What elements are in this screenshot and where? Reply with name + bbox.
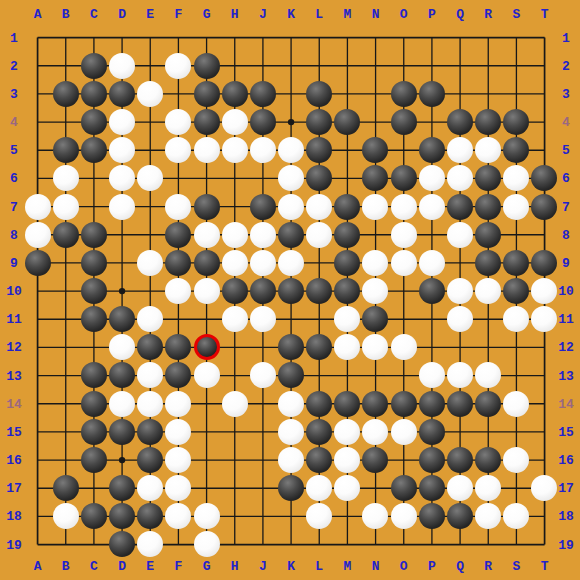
intersection-K15[interactable] (277, 418, 305, 446)
intersection-G2[interactable] (192, 52, 220, 80)
intersection-T2[interactable] (530, 52, 558, 80)
intersection-C4[interactable] (80, 108, 108, 136)
intersection-A4[interactable] (23, 108, 51, 136)
intersection-B13[interactable] (52, 361, 80, 389)
intersection-A9[interactable] (23, 249, 51, 277)
intersection-E18[interactable] (136, 502, 164, 530)
intersection-R17[interactable] (474, 474, 502, 502)
intersection-C2[interactable] (80, 52, 108, 80)
intersection-Q6[interactable] (446, 164, 474, 192)
intersection-R8[interactable] (474, 221, 502, 249)
intersection-S12[interactable] (502, 333, 530, 361)
intersection-N13[interactable] (361, 361, 389, 389)
intersection-D7[interactable] (108, 192, 136, 220)
intersection-C7[interactable] (80, 192, 108, 220)
intersection-L7[interactable] (305, 192, 333, 220)
intersection-B12[interactable] (52, 333, 80, 361)
intersection-H19[interactable] (221, 530, 249, 558)
intersection-G19[interactable] (192, 530, 220, 558)
intersection-Q14[interactable] (446, 390, 474, 418)
intersection-F18[interactable] (164, 502, 192, 530)
intersection-R14[interactable] (474, 390, 502, 418)
intersection-G5[interactable] (192, 136, 220, 164)
intersection-L19[interactable] (305, 530, 333, 558)
intersection-A19[interactable] (23, 530, 51, 558)
intersection-T18[interactable] (530, 502, 558, 530)
intersection-K12[interactable] (277, 333, 305, 361)
intersection-F12[interactable] (164, 333, 192, 361)
intersection-R10[interactable] (474, 277, 502, 305)
intersection-T5[interactable] (530, 136, 558, 164)
intersection-Q18[interactable] (446, 502, 474, 530)
intersection-S6[interactable] (502, 164, 530, 192)
intersection-K1[interactable] (277, 23, 305, 51)
intersection-H8[interactable] (221, 221, 249, 249)
intersection-T4[interactable] (530, 108, 558, 136)
intersection-C8[interactable] (80, 221, 108, 249)
intersection-H10[interactable] (221, 277, 249, 305)
intersection-D13[interactable] (108, 361, 136, 389)
intersection-H17[interactable] (221, 474, 249, 502)
intersection-G4[interactable] (192, 108, 220, 136)
intersection-A13[interactable] (23, 361, 51, 389)
intersection-O9[interactable] (390, 249, 418, 277)
intersection-O14[interactable] (390, 390, 418, 418)
intersection-H11[interactable] (221, 305, 249, 333)
intersection-M7[interactable] (333, 192, 361, 220)
intersection-F17[interactable] (164, 474, 192, 502)
intersection-S17[interactable] (502, 474, 530, 502)
intersection-C1[interactable] (80, 23, 108, 51)
intersection-L14[interactable] (305, 390, 333, 418)
intersection-J12[interactable] (249, 333, 277, 361)
intersection-S4[interactable] (502, 108, 530, 136)
intersection-N6[interactable] (361, 164, 389, 192)
intersection-H7[interactable] (221, 192, 249, 220)
intersection-T19[interactable] (530, 530, 558, 558)
intersection-E15[interactable] (136, 418, 164, 446)
intersection-P3[interactable] (418, 80, 446, 108)
intersection-C19[interactable] (80, 530, 108, 558)
intersection-M12[interactable] (333, 333, 361, 361)
intersection-F10[interactable] (164, 277, 192, 305)
intersection-O2[interactable] (390, 52, 418, 80)
intersection-N16[interactable] (361, 446, 389, 474)
intersection-O13[interactable] (390, 361, 418, 389)
intersection-F9[interactable] (164, 249, 192, 277)
intersection-K17[interactable] (277, 474, 305, 502)
intersection-T16[interactable] (530, 446, 558, 474)
intersection-L3[interactable] (305, 80, 333, 108)
intersection-Q7[interactable] (446, 192, 474, 220)
intersection-S10[interactable] (502, 277, 530, 305)
intersection-L16[interactable] (305, 446, 333, 474)
intersection-R4[interactable] (474, 108, 502, 136)
intersection-J5[interactable] (249, 136, 277, 164)
intersection-B10[interactable] (52, 277, 80, 305)
intersection-S19[interactable] (502, 530, 530, 558)
intersection-G15[interactable] (192, 418, 220, 446)
intersection-G16[interactable] (192, 446, 220, 474)
intersection-R9[interactable] (474, 249, 502, 277)
intersection-K18[interactable] (277, 502, 305, 530)
intersection-P7[interactable] (418, 192, 446, 220)
intersection-M4[interactable] (333, 108, 361, 136)
intersection-O12[interactable] (390, 333, 418, 361)
intersection-J7[interactable] (249, 192, 277, 220)
intersection-C17[interactable] (80, 474, 108, 502)
intersection-K6[interactable] (277, 164, 305, 192)
intersection-N14[interactable] (361, 390, 389, 418)
intersection-J16[interactable] (249, 446, 277, 474)
intersection-A8[interactable] (23, 221, 51, 249)
intersection-M8[interactable] (333, 221, 361, 249)
intersection-M2[interactable] (333, 52, 361, 80)
intersection-O11[interactable] (390, 305, 418, 333)
intersection-H2[interactable] (221, 52, 249, 80)
intersection-L11[interactable] (305, 305, 333, 333)
intersection-E3[interactable] (136, 80, 164, 108)
intersection-L4[interactable] (305, 108, 333, 136)
intersection-S7[interactable] (502, 192, 530, 220)
intersection-N10[interactable] (361, 277, 389, 305)
intersection-M10[interactable] (333, 277, 361, 305)
intersection-H15[interactable] (221, 418, 249, 446)
intersection-D17[interactable] (108, 474, 136, 502)
intersection-T7[interactable] (530, 192, 558, 220)
intersection-B7[interactable] (52, 192, 80, 220)
intersection-R5[interactable] (474, 136, 502, 164)
intersection-P15[interactable] (418, 418, 446, 446)
intersection-A15[interactable] (23, 418, 51, 446)
intersection-D2[interactable] (108, 52, 136, 80)
intersection-A11[interactable] (23, 305, 51, 333)
intersection-B18[interactable] (52, 502, 80, 530)
intersection-H5[interactable] (221, 136, 249, 164)
intersection-Q2[interactable] (446, 52, 474, 80)
intersection-M11[interactable] (333, 305, 361, 333)
intersection-S13[interactable] (502, 361, 530, 389)
intersection-N19[interactable] (361, 530, 389, 558)
intersection-D5[interactable] (108, 136, 136, 164)
intersection-H6[interactable] (221, 164, 249, 192)
intersection-Q17[interactable] (446, 474, 474, 502)
intersection-P2[interactable] (418, 52, 446, 80)
intersection-F15[interactable] (164, 418, 192, 446)
intersection-D1[interactable] (108, 23, 136, 51)
intersection-J6[interactable] (249, 164, 277, 192)
intersection-S15[interactable] (502, 418, 530, 446)
intersection-G18[interactable] (192, 502, 220, 530)
intersection-A14[interactable] (23, 390, 51, 418)
intersection-H1[interactable] (221, 23, 249, 51)
intersection-C18[interactable] (80, 502, 108, 530)
intersection-N15[interactable] (361, 418, 389, 446)
intersection-T17[interactable] (530, 474, 558, 502)
intersection-N5[interactable] (361, 136, 389, 164)
intersection-J17[interactable] (249, 474, 277, 502)
intersection-A17[interactable] (23, 474, 51, 502)
intersection-M18[interactable] (333, 502, 361, 530)
intersection-E19[interactable] (136, 530, 164, 558)
intersection-S16[interactable] (502, 446, 530, 474)
intersection-R15[interactable] (474, 418, 502, 446)
intersection-N4[interactable] (361, 108, 389, 136)
intersection-R2[interactable] (474, 52, 502, 80)
intersection-R11[interactable] (474, 305, 502, 333)
intersection-C15[interactable] (80, 418, 108, 446)
intersection-R13[interactable] (474, 361, 502, 389)
intersection-G7[interactable] (192, 192, 220, 220)
intersection-P19[interactable] (418, 530, 446, 558)
intersection-G6[interactable] (192, 164, 220, 192)
intersection-Q13[interactable] (446, 361, 474, 389)
intersection-B16[interactable] (52, 446, 80, 474)
intersection-R6[interactable] (474, 164, 502, 192)
intersection-L10[interactable] (305, 277, 333, 305)
intersection-G1[interactable] (192, 23, 220, 51)
intersection-J8[interactable] (249, 221, 277, 249)
intersection-J18[interactable] (249, 502, 277, 530)
intersection-N7[interactable] (361, 192, 389, 220)
intersection-L5[interactable] (305, 136, 333, 164)
intersection-M16[interactable] (333, 446, 361, 474)
intersection-J14[interactable] (249, 390, 277, 418)
intersection-F7[interactable] (164, 192, 192, 220)
intersection-G11[interactable] (192, 305, 220, 333)
intersection-N1[interactable] (361, 23, 389, 51)
intersection-Q19[interactable] (446, 530, 474, 558)
intersection-E4[interactable] (136, 108, 164, 136)
intersection-S14[interactable] (502, 390, 530, 418)
intersection-S18[interactable] (502, 502, 530, 530)
intersection-E10[interactable] (136, 277, 164, 305)
intersection-J15[interactable] (249, 418, 277, 446)
intersection-L12[interactable] (305, 333, 333, 361)
intersection-D11[interactable] (108, 305, 136, 333)
intersection-F8[interactable] (164, 221, 192, 249)
intersection-Q1[interactable] (446, 23, 474, 51)
intersection-E9[interactable] (136, 249, 164, 277)
intersection-K5[interactable] (277, 136, 305, 164)
intersection-B14[interactable] (52, 390, 80, 418)
intersection-H9[interactable] (221, 249, 249, 277)
intersection-A18[interactable] (23, 502, 51, 530)
intersection-T11[interactable] (530, 305, 558, 333)
intersection-F6[interactable] (164, 164, 192, 192)
intersection-G9[interactable] (192, 249, 220, 277)
intersection-F1[interactable] (164, 23, 192, 51)
intersection-C14[interactable] (80, 390, 108, 418)
intersection-Q4[interactable] (446, 108, 474, 136)
intersection-D3[interactable] (108, 80, 136, 108)
intersection-A5[interactable] (23, 136, 51, 164)
intersection-H3[interactable] (221, 80, 249, 108)
intersection-B9[interactable] (52, 249, 80, 277)
intersection-J2[interactable] (249, 52, 277, 80)
intersection-G8[interactable] (192, 221, 220, 249)
intersection-Q16[interactable] (446, 446, 474, 474)
intersection-S11[interactable] (502, 305, 530, 333)
intersection-E1[interactable] (136, 23, 164, 51)
intersection-P8[interactable] (418, 221, 446, 249)
intersection-C13[interactable] (80, 361, 108, 389)
intersection-J10[interactable] (249, 277, 277, 305)
intersection-E8[interactable] (136, 221, 164, 249)
intersection-E2[interactable] (136, 52, 164, 80)
intersection-F4[interactable] (164, 108, 192, 136)
intersection-H12[interactable] (221, 333, 249, 361)
intersection-C12[interactable] (80, 333, 108, 361)
intersection-A1[interactable] (23, 23, 51, 51)
intersection-F14[interactable] (164, 390, 192, 418)
intersection-D6[interactable] (108, 164, 136, 192)
intersection-F19[interactable] (164, 530, 192, 558)
intersection-E5[interactable] (136, 136, 164, 164)
intersection-O6[interactable] (390, 164, 418, 192)
intersection-K14[interactable] (277, 390, 305, 418)
intersection-R19[interactable] (474, 530, 502, 558)
intersection-B6[interactable] (52, 164, 80, 192)
intersection-H18[interactable] (221, 502, 249, 530)
intersection-J4[interactable] (249, 108, 277, 136)
intersection-C16[interactable] (80, 446, 108, 474)
intersection-O10[interactable] (390, 277, 418, 305)
intersection-L13[interactable] (305, 361, 333, 389)
intersection-J1[interactable] (249, 23, 277, 51)
intersection-K11[interactable] (277, 305, 305, 333)
intersection-P12[interactable] (418, 333, 446, 361)
intersection-P13[interactable] (418, 361, 446, 389)
intersection-A2[interactable] (23, 52, 51, 80)
intersection-B8[interactable] (52, 221, 80, 249)
intersection-A6[interactable] (23, 164, 51, 192)
intersection-D4[interactable] (108, 108, 136, 136)
intersection-K8[interactable] (277, 221, 305, 249)
intersection-J13[interactable] (249, 361, 277, 389)
intersection-Q5[interactable] (446, 136, 474, 164)
intersection-Q12[interactable] (446, 333, 474, 361)
intersection-E14[interactable] (136, 390, 164, 418)
intersection-O5[interactable] (390, 136, 418, 164)
intersection-S5[interactable] (502, 136, 530, 164)
intersection-D14[interactable] (108, 390, 136, 418)
intersection-K3[interactable] (277, 80, 305, 108)
intersection-P4[interactable] (418, 108, 446, 136)
intersection-O4[interactable] (390, 108, 418, 136)
intersection-M5[interactable] (333, 136, 361, 164)
intersection-P16[interactable] (418, 446, 446, 474)
intersection-B2[interactable] (52, 52, 80, 80)
intersection-L17[interactable] (305, 474, 333, 502)
intersection-E6[interactable] (136, 164, 164, 192)
intersection-O19[interactable] (390, 530, 418, 558)
intersection-D8[interactable] (108, 221, 136, 249)
intersection-R3[interactable] (474, 80, 502, 108)
intersection-N11[interactable] (361, 305, 389, 333)
intersection-K10[interactable] (277, 277, 305, 305)
intersection-H14[interactable] (221, 390, 249, 418)
intersection-B17[interactable] (52, 474, 80, 502)
intersection-T13[interactable] (530, 361, 558, 389)
intersection-L2[interactable] (305, 52, 333, 80)
intersection-P6[interactable] (418, 164, 446, 192)
intersection-R12[interactable] (474, 333, 502, 361)
intersection-T9[interactable] (530, 249, 558, 277)
intersection-F5[interactable] (164, 136, 192, 164)
intersection-O7[interactable] (390, 192, 418, 220)
intersection-F13[interactable] (164, 361, 192, 389)
intersection-P5[interactable] (418, 136, 446, 164)
intersection-T12[interactable] (530, 333, 558, 361)
intersection-T8[interactable] (530, 221, 558, 249)
intersection-J9[interactable] (249, 249, 277, 277)
intersection-L6[interactable] (305, 164, 333, 192)
intersection-B19[interactable] (52, 530, 80, 558)
intersection-K13[interactable] (277, 361, 305, 389)
intersection-D18[interactable] (108, 502, 136, 530)
intersection-S1[interactable] (502, 23, 530, 51)
intersection-Q9[interactable] (446, 249, 474, 277)
intersection-F2[interactable] (164, 52, 192, 80)
intersection-E7[interactable] (136, 192, 164, 220)
intersection-R1[interactable] (474, 23, 502, 51)
intersection-O1[interactable] (390, 23, 418, 51)
intersection-G12[interactable] (192, 333, 220, 361)
intersection-S2[interactable] (502, 52, 530, 80)
intersection-N9[interactable] (361, 249, 389, 277)
intersection-T1[interactable] (530, 23, 558, 51)
intersection-Q3[interactable] (446, 80, 474, 108)
intersection-D9[interactable] (108, 249, 136, 277)
intersection-M15[interactable] (333, 418, 361, 446)
intersection-P1[interactable] (418, 23, 446, 51)
intersection-P10[interactable] (418, 277, 446, 305)
intersection-F11[interactable] (164, 305, 192, 333)
intersection-B5[interactable] (52, 136, 80, 164)
intersection-B11[interactable] (52, 305, 80, 333)
intersection-O8[interactable] (390, 221, 418, 249)
intersection-G10[interactable] (192, 277, 220, 305)
intersection-P14[interactable] (418, 390, 446, 418)
intersection-F16[interactable] (164, 446, 192, 474)
intersection-N18[interactable] (361, 502, 389, 530)
intersection-M19[interactable] (333, 530, 361, 558)
intersection-N17[interactable] (361, 474, 389, 502)
intersection-R16[interactable] (474, 446, 502, 474)
intersection-G13[interactable] (192, 361, 220, 389)
intersection-A10[interactable] (23, 277, 51, 305)
intersection-O17[interactable] (390, 474, 418, 502)
intersection-K4[interactable] (277, 108, 305, 136)
intersection-L1[interactable] (305, 23, 333, 51)
intersection-O3[interactable] (390, 80, 418, 108)
intersection-P9[interactable] (418, 249, 446, 277)
intersection-A7[interactable] (23, 192, 51, 220)
intersection-T6[interactable] (530, 164, 558, 192)
intersection-T14[interactable] (530, 390, 558, 418)
intersection-G17[interactable] (192, 474, 220, 502)
intersection-T10[interactable] (530, 277, 558, 305)
intersection-H16[interactable] (221, 446, 249, 474)
intersection-J11[interactable] (249, 305, 277, 333)
intersection-N12[interactable] (361, 333, 389, 361)
intersection-S9[interactable] (502, 249, 530, 277)
intersection-D12[interactable] (108, 333, 136, 361)
intersection-C10[interactable] (80, 277, 108, 305)
intersection-B3[interactable] (52, 80, 80, 108)
intersection-T3[interactable] (530, 80, 558, 108)
